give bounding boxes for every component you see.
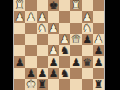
square-d1[interactable] [48, 79, 59, 90]
chess-diagram-screenshot: ♜♚♜♟♟♟♟♞♟♞♟♛♟♟♟♞♟♟♟♟♛♟♟♟♟♞♚♜♜ [0, 0, 120, 90]
square-h3[interactable]: ♟ [93, 56, 104, 67]
square-d8[interactable]: ♚ [48, 0, 59, 11]
square-e6[interactable] [59, 23, 70, 34]
white-pawn-d4[interactable]: ♟ [49, 45, 58, 55]
square-c6[interactable]: ♞ [37, 23, 48, 34]
square-f1[interactable] [70, 79, 81, 90]
black-pawn-d2[interactable]: ♟ [49, 68, 58, 78]
square-a7[interactable]: ♟ [14, 11, 25, 22]
square-b6[interactable] [25, 23, 36, 34]
black-rook-h1[interactable]: ♜ [94, 79, 103, 89]
white-knight-g6[interactable]: ♞ [82, 23, 91, 33]
square-a1[interactable] [14, 79, 25, 90]
square-b5[interactable] [25, 34, 36, 45]
square-d4[interactable]: ♟ [48, 45, 59, 56]
square-b2[interactable]: ♟ [25, 68, 36, 79]
square-f3[interactable]: ♟ [70, 56, 81, 67]
square-e2[interactable]: ♞ [59, 68, 70, 79]
white-pawn-g7[interactable]: ♟ [82, 11, 91, 21]
square-c8[interactable] [37, 0, 48, 11]
letterbox-left [0, 0, 14, 90]
square-b3[interactable] [25, 56, 36, 67]
square-a3[interactable]: ♟ [14, 56, 25, 67]
white-king-b1[interactable]: ♚ [26, 79, 35, 89]
square-d7[interactable] [48, 11, 59, 22]
black-pawn-d3[interactable]: ♟ [49, 56, 58, 66]
white-rook-f8[interactable]: ♜ [71, 0, 80, 10]
white-pawn-d6[interactable]: ♟ [49, 23, 58, 33]
square-d2[interactable]: ♟ [48, 68, 59, 79]
white-pawn-e5[interactable]: ♟ [60, 34, 69, 44]
black-pawn-b2[interactable]: ♟ [26, 68, 35, 78]
black-pawn-g5[interactable]: ♟ [82, 34, 91, 44]
white-queen-f5[interactable]: ♛ [71, 34, 80, 44]
black-rook-c1[interactable]: ♜ [37, 79, 46, 89]
square-c5[interactable] [37, 34, 48, 45]
square-b7[interactable]: ♟ [25, 11, 36, 22]
square-b8[interactable] [25, 0, 36, 11]
square-a5[interactable] [14, 34, 25, 45]
square-d6[interactable]: ♟ [48, 23, 59, 34]
chess-board: ♜♚♜♟♟♟♟♞♟♞♟♛♟♟♟♞♟♟♟♟♛♟♟♟♟♞♚♜♜ [14, 0, 104, 90]
square-g3[interactable]: ♛ [82, 56, 93, 67]
square-h7[interactable] [93, 11, 104, 22]
square-c3[interactable] [37, 56, 48, 67]
white-knight-c6[interactable]: ♞ [37, 23, 46, 33]
square-h1[interactable]: ♜ [93, 79, 104, 90]
black-pawn-f3[interactable]: ♟ [71, 56, 80, 66]
square-f8[interactable]: ♜ [70, 0, 81, 11]
square-g1[interactable] [82, 79, 93, 90]
square-b1[interactable]: ♚ [25, 79, 36, 90]
black-pawn-h4[interactable]: ♟ [94, 45, 103, 55]
black-knight-e2[interactable]: ♞ [60, 68, 69, 78]
square-g2[interactable] [82, 68, 93, 79]
square-g4[interactable] [82, 45, 93, 56]
letterbox-right [105, 0, 120, 90]
square-f7[interactable] [70, 11, 81, 22]
square-c1[interactable]: ♜ [37, 79, 48, 90]
square-b4[interactable] [25, 45, 36, 56]
white-pawn-a7[interactable]: ♟ [15, 11, 24, 21]
square-c7[interactable]: ♟ [37, 11, 48, 22]
square-f6[interactable] [70, 23, 81, 34]
square-a2[interactable] [14, 68, 25, 79]
black-pawn-c2[interactable]: ♟ [37, 68, 46, 78]
square-e5[interactable]: ♟ [59, 34, 70, 45]
square-a8[interactable]: ♜ [14, 0, 25, 11]
square-h5[interactable]: ♟ [93, 34, 104, 45]
black-king-d8[interactable]: ♚ [49, 0, 58, 10]
black-knight-e4[interactable]: ♞ [60, 45, 69, 55]
square-e3[interactable] [59, 56, 70, 67]
white-rook-a8[interactable]: ♜ [15, 0, 24, 10]
white-pawn-b7[interactable]: ♟ [26, 11, 35, 21]
square-d3[interactable]: ♟ [48, 56, 59, 67]
square-c2[interactable]: ♟ [37, 68, 48, 79]
square-f4[interactable] [70, 45, 81, 56]
square-c4[interactable] [37, 45, 48, 56]
square-e4[interactable]: ♞ [59, 45, 70, 56]
white-pawn-h5[interactable]: ♟ [94, 34, 103, 44]
white-pawn-c7[interactable]: ♟ [37, 11, 46, 21]
black-pawn-a3[interactable]: ♟ [15, 56, 24, 66]
square-f2[interactable] [70, 68, 81, 79]
square-a6[interactable] [14, 23, 25, 34]
black-pawn-h3[interactable]: ♟ [94, 56, 103, 66]
square-h6[interactable] [93, 23, 104, 34]
square-d5[interactable] [48, 34, 59, 45]
square-g7[interactable]: ♟ [82, 11, 93, 22]
square-h2[interactable] [93, 68, 104, 79]
square-e8[interactable] [59, 0, 70, 11]
square-g5[interactable]: ♟ [82, 34, 93, 45]
black-queen-g3[interactable]: ♛ [82, 56, 91, 66]
square-f5[interactable]: ♛ [70, 34, 81, 45]
square-h8[interactable] [93, 0, 104, 11]
square-g6[interactable]: ♞ [82, 23, 93, 34]
square-a4[interactable] [14, 45, 25, 56]
square-h4[interactable]: ♟ [93, 45, 104, 56]
square-e7[interactable] [59, 11, 70, 22]
square-e1[interactable] [59, 79, 70, 90]
square-g8[interactable] [82, 0, 93, 11]
